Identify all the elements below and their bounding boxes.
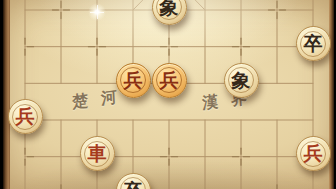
xiangqi-game-frame: 楚河 漢界 象卒兵兵象兵車兵卒 [0,0,336,189]
piece-character: 卒 [117,174,150,189]
letterbox-bar-left [0,0,3,189]
piece-character: 兵 [117,64,150,97]
piece-character: 象 [153,0,186,24]
piece-black-soldier[interactable]: 卒 [296,26,331,61]
piece-black-soldier[interactable]: 卒 [116,173,151,189]
piece-character: 兵 [9,100,42,133]
piece-character: 兵 [297,137,330,170]
piece-red-soldier[interactable]: 兵 [116,63,151,98]
piece-character: 卒 [297,27,330,60]
piece-black-elephant[interactable]: 象 [152,0,187,25]
piece-red-soldier[interactable]: 兵 [296,136,331,171]
piece-character: 兵 [153,64,186,97]
board-intersections-grid: 象卒兵兵象兵車兵卒 [7,0,331,189]
piece-red-chariot[interactable]: 車 [80,136,115,171]
piece-character: 車 [81,137,114,170]
piece-red-soldier[interactable]: 兵 [8,99,43,134]
piece-red-soldier[interactable]: 兵 [152,63,187,98]
piece-black-elephant[interactable]: 象 [224,63,259,98]
piece-character: 象 [225,64,258,97]
